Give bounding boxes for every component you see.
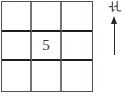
grid-cell-r0c0 bbox=[2, 2, 32, 32]
north-character-icon: 北 bbox=[107, 0, 123, 14]
compass: 北 bbox=[104, 0, 126, 58]
grid-cell-r2c0 bbox=[2, 61, 32, 91]
puzzle-grid: 5 bbox=[1, 1, 93, 92]
north-arrow-icon bbox=[110, 16, 119, 56]
arrow-shaft bbox=[114, 22, 115, 55]
grid-cell-r1c1: 5 bbox=[32, 32, 62, 62]
grid-cell-r2c1 bbox=[32, 61, 62, 91]
grid-cell-r0c2 bbox=[62, 2, 92, 32]
grid-cell-r1c0 bbox=[2, 32, 32, 62]
grid-cell-r1c2 bbox=[62, 32, 92, 62]
grid-cell-r0c1 bbox=[32, 2, 62, 32]
grid-cell-r2c2 bbox=[62, 61, 92, 91]
puzzle-diagram: 5 北 bbox=[0, 0, 127, 99]
north-label: 北 bbox=[107, 14, 108, 15]
